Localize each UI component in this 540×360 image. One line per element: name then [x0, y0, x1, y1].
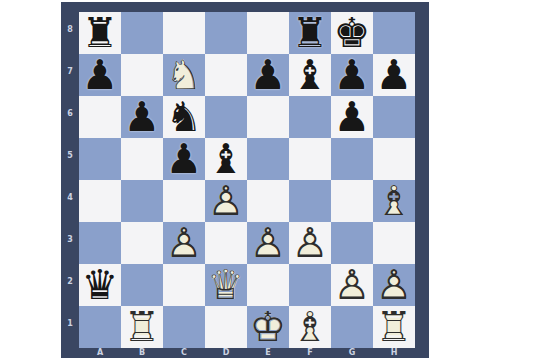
rank-label-4: 4: [61, 176, 79, 218]
square-g8[interactable]: ♚: [331, 12, 373, 54]
square-c3[interactable]: ♟♙: [163, 222, 205, 264]
square-e1[interactable]: ♚♔: [247, 306, 289, 348]
square-c6[interactable]: ♞: [163, 96, 205, 138]
piece-black-pawn: ♟: [331, 54, 373, 96]
square-h3[interactable]: [373, 222, 415, 264]
square-c7[interactable]: ♞♘: [163, 54, 205, 96]
rank-label-2: 2: [61, 260, 79, 302]
square-d7[interactable]: [205, 54, 247, 96]
square-a3[interactable]: [79, 222, 121, 264]
file-label-a: A: [79, 348, 121, 358]
piece-white-pawn: ♟♙: [289, 222, 331, 264]
square-e3[interactable]: ♟♙: [247, 222, 289, 264]
square-b3[interactable]: [121, 222, 163, 264]
square-e6[interactable]: [247, 96, 289, 138]
square-f6[interactable]: [289, 96, 331, 138]
square-g5[interactable]: [331, 138, 373, 180]
square-b7[interactable]: [121, 54, 163, 96]
piece-white-pawn: ♟♙: [331, 264, 373, 306]
piece-black-rook: ♜: [79, 12, 121, 54]
piece-white-bishop: ♝♗: [289, 306, 331, 348]
square-b8[interactable]: [121, 12, 163, 54]
piece-black-pawn: ♟: [121, 96, 163, 138]
square-f7[interactable]: ♝: [289, 54, 331, 96]
square-b2[interactable]: [121, 264, 163, 306]
rank-label-8: 8: [61, 8, 79, 50]
square-c8[interactable]: [163, 12, 205, 54]
square-h5[interactable]: [373, 138, 415, 180]
square-a5[interactable]: [79, 138, 121, 180]
square-a8[interactable]: ♜: [79, 12, 121, 54]
rank-label-5: 5: [61, 134, 79, 176]
piece-white-pawn: ♟♙: [247, 222, 289, 264]
piece-black-knight: ♞: [163, 96, 205, 138]
square-f1[interactable]: ♝♗: [289, 306, 331, 348]
square-e7[interactable]: ♟: [247, 54, 289, 96]
square-h6[interactable]: [373, 96, 415, 138]
piece-black-rook: ♜: [289, 12, 331, 54]
rank-labels: 87654321: [61, 12, 79, 348]
square-c2[interactable]: [163, 264, 205, 306]
page: 87654321 ♜♜♚♟♞♘♟♝♟♟♟♞♟♟♝♟♙♝♗♟♙♟♙♟♙♛♛♕♟♙♟…: [0, 0, 540, 360]
square-f3[interactable]: ♟♙: [289, 222, 331, 264]
square-a4[interactable]: [79, 180, 121, 222]
square-d2[interactable]: ♛♕: [205, 264, 247, 306]
square-d4[interactable]: ♟♙: [205, 180, 247, 222]
piece-white-rook: ♜♖: [373, 306, 415, 348]
square-h4[interactable]: ♝♗: [373, 180, 415, 222]
piece-white-queen: ♛♕: [205, 264, 247, 306]
square-a1[interactable]: [79, 306, 121, 348]
square-b4[interactable]: [121, 180, 163, 222]
square-h1[interactable]: ♜♖: [373, 306, 415, 348]
square-g1[interactable]: [331, 306, 373, 348]
square-a7[interactable]: ♟: [79, 54, 121, 96]
piece-black-king: ♚: [331, 12, 373, 54]
piece-white-king: ♚♔: [247, 306, 289, 348]
piece-black-bishop: ♝: [289, 54, 331, 96]
square-b5[interactable]: [121, 138, 163, 180]
square-g3[interactable]: [331, 222, 373, 264]
square-f4[interactable]: [289, 180, 331, 222]
rank-label-7: 7: [61, 50, 79, 92]
piece-black-pawn: ♟: [79, 54, 121, 96]
piece-black-pawn: ♟: [331, 96, 373, 138]
board-grid: ♜♜♚♟♞♘♟♝♟♟♟♞♟♟♝♟♙♝♗♟♙♟♙♟♙♛♛♕♟♙♟♙♜♖♚♔♝♗♜♖: [79, 12, 415, 348]
rank-label-6: 6: [61, 92, 79, 134]
square-e5[interactable]: [247, 138, 289, 180]
square-h7[interactable]: ♟: [373, 54, 415, 96]
file-label-c: C: [163, 348, 205, 358]
square-g6[interactable]: ♟: [331, 96, 373, 138]
piece-white-pawn: ♟♙: [205, 180, 247, 222]
square-d1[interactable]: [205, 306, 247, 348]
piece-black-queen: ♛: [79, 264, 121, 306]
square-d8[interactable]: [205, 12, 247, 54]
square-h2[interactable]: ♟♙: [373, 264, 415, 306]
square-e4[interactable]: [247, 180, 289, 222]
rank-label-3: 3: [61, 218, 79, 260]
chess-board: 87654321 ♜♜♚♟♞♘♟♝♟♟♟♞♟♟♝♟♙♝♗♟♙♟♙♟♙♛♛♕♟♙♟…: [61, 2, 429, 358]
square-d6[interactable]: [205, 96, 247, 138]
square-c5[interactable]: ♟: [163, 138, 205, 180]
square-e8[interactable]: [247, 12, 289, 54]
square-f8[interactable]: ♜: [289, 12, 331, 54]
piece-white-bishop: ♝♗: [373, 180, 415, 222]
square-d3[interactable]: [205, 222, 247, 264]
piece-black-pawn: ♟: [247, 54, 289, 96]
square-c1[interactable]: [163, 306, 205, 348]
square-b1[interactable]: ♜♖: [121, 306, 163, 348]
piece-white-pawn: ♟♙: [373, 264, 415, 306]
square-g2[interactable]: ♟♙: [331, 264, 373, 306]
piece-white-knight: ♞♘: [163, 54, 205, 96]
square-h8[interactable]: [373, 12, 415, 54]
rank-label-1: 1: [61, 302, 79, 344]
file-label-d: D: [205, 348, 247, 358]
piece-white-rook: ♜♖: [121, 306, 163, 348]
square-b6[interactable]: ♟: [121, 96, 163, 138]
square-f2[interactable]: [289, 264, 331, 306]
square-f5[interactable]: [289, 138, 331, 180]
piece-black-pawn: ♟: [373, 54, 415, 96]
square-a6[interactable]: [79, 96, 121, 138]
piece-white-pawn: ♟♙: [163, 222, 205, 264]
square-e2[interactable]: [247, 264, 289, 306]
square-g4[interactable]: [331, 180, 373, 222]
square-d5[interactable]: ♝: [205, 138, 247, 180]
piece-black-pawn: ♟: [163, 138, 205, 180]
square-c4[interactable]: [163, 180, 205, 222]
square-a2[interactable]: ♛: [79, 264, 121, 306]
file-label-g: G: [331, 348, 373, 358]
piece-black-bishop: ♝: [205, 138, 247, 180]
square-g7[interactable]: ♟: [331, 54, 373, 96]
